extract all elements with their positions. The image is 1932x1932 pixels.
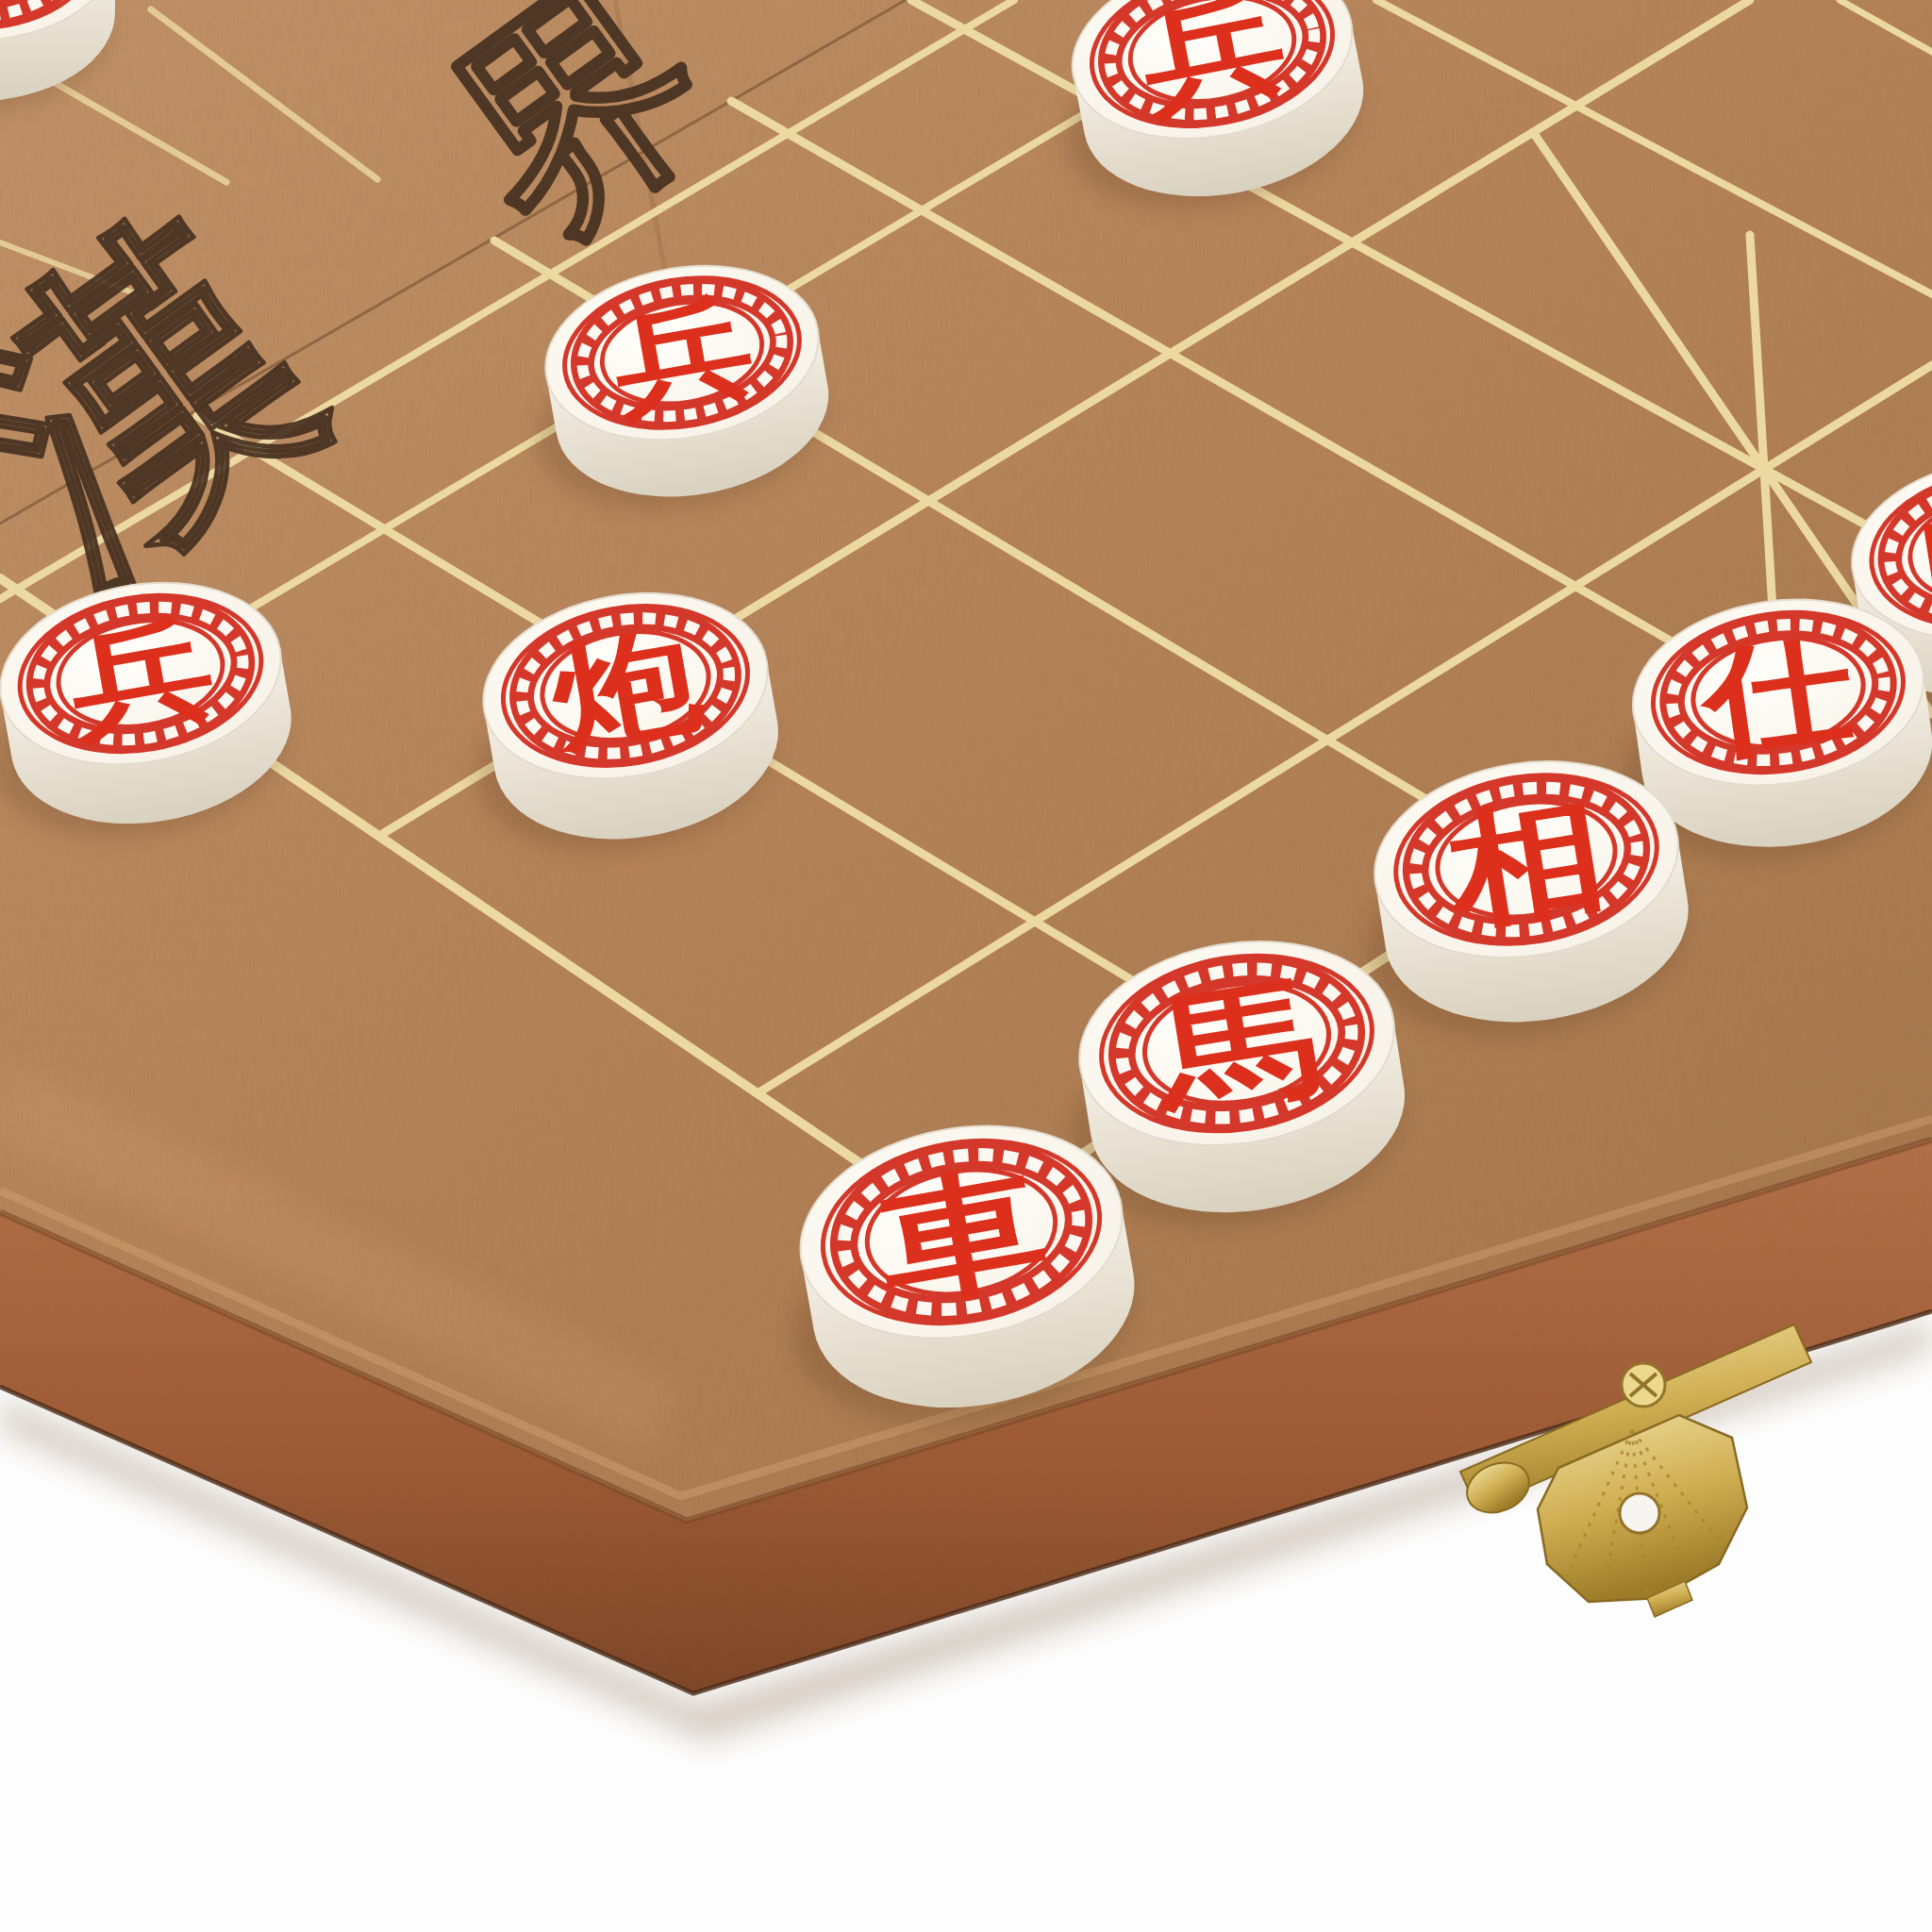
piece-character: 馬 [1140,959,1329,1135]
piece-character: 相 [1434,778,1615,946]
piece-character: 炮 [538,609,710,770]
piece-character: 兵 [601,279,763,433]
xiangqi-board-photo: 漢 界 兵兵帥兵炮仕相馬車 [0,0,1932,1932]
piece-character: 車 [866,1145,1057,1325]
pendant-hole [1620,1493,1659,1533]
piece-character: 仕 [1690,616,1862,775]
piece-character: 兵 [58,597,225,756]
